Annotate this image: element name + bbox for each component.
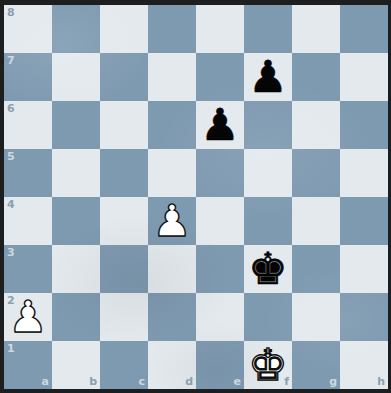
- rank-label-7: 7: [7, 55, 15, 66]
- rank-label-5: 5: [7, 151, 15, 162]
- white-pawn-a2[interactable]: ♟: [4, 293, 52, 341]
- square-d1[interactable]: d: [148, 341, 196, 389]
- square-g2[interactable]: [292, 293, 340, 341]
- square-c2[interactable]: [100, 293, 148, 341]
- square-b1[interactable]: b: [52, 341, 100, 389]
- square-a3[interactable]: 3: [4, 245, 52, 293]
- square-e8[interactable]: [196, 5, 244, 53]
- square-d6[interactable]: [148, 101, 196, 149]
- black-pawn-f7[interactable]: ♟: [244, 53, 292, 101]
- square-a7[interactable]: 7: [4, 53, 52, 101]
- square-a8[interactable]: 8: [4, 5, 52, 53]
- square-f3[interactable]: ♚: [244, 245, 292, 293]
- square-d5[interactable]: [148, 149, 196, 197]
- square-g6[interactable]: [292, 101, 340, 149]
- square-e7[interactable]: [196, 53, 244, 101]
- file-label-c: c: [138, 376, 145, 387]
- file-label-e: e: [234, 376, 241, 387]
- square-f2[interactable]: [244, 293, 292, 341]
- square-g8[interactable]: [292, 5, 340, 53]
- square-d4[interactable]: ♟: [148, 197, 196, 245]
- square-a4[interactable]: 4: [4, 197, 52, 245]
- file-label-g: g: [329, 376, 337, 387]
- square-c7[interactable]: [100, 53, 148, 101]
- chess-board: 87♟6♟54♟3♚2♟1abcdef♚gh: [4, 5, 388, 389]
- square-a6[interactable]: 6: [4, 101, 52, 149]
- square-b2[interactable]: [52, 293, 100, 341]
- square-d3[interactable]: [148, 245, 196, 293]
- square-a2[interactable]: 2♟: [4, 293, 52, 341]
- square-b5[interactable]: [52, 149, 100, 197]
- rank-label-3: 3: [7, 247, 15, 258]
- square-h1[interactable]: h: [340, 341, 388, 389]
- white-king-f1[interactable]: ♚: [244, 341, 292, 389]
- square-h8[interactable]: [340, 5, 388, 53]
- square-h7[interactable]: [340, 53, 388, 101]
- square-d2[interactable]: [148, 293, 196, 341]
- rank-label-4: 4: [7, 199, 15, 210]
- square-e1[interactable]: e: [196, 341, 244, 389]
- square-h2[interactable]: [340, 293, 388, 341]
- file-label-d: d: [185, 376, 193, 387]
- square-e6[interactable]: ♟: [196, 101, 244, 149]
- rank-label-6: 6: [7, 103, 15, 114]
- square-b7[interactable]: [52, 53, 100, 101]
- black-pawn-e6[interactable]: ♟: [196, 101, 244, 149]
- square-g3[interactable]: [292, 245, 340, 293]
- square-b6[interactable]: [52, 101, 100, 149]
- square-e2[interactable]: [196, 293, 244, 341]
- square-f5[interactable]: [244, 149, 292, 197]
- black-king-f3[interactable]: ♚: [244, 245, 292, 293]
- square-a1[interactable]: 1a: [4, 341, 52, 389]
- square-h6[interactable]: [340, 101, 388, 149]
- square-e4[interactable]: [196, 197, 244, 245]
- square-b4[interactable]: [52, 197, 100, 245]
- square-b3[interactable]: [52, 245, 100, 293]
- square-g1[interactable]: g: [292, 341, 340, 389]
- square-c1[interactable]: c: [100, 341, 148, 389]
- square-d8[interactable]: [148, 5, 196, 53]
- white-pawn-d4[interactable]: ♟: [148, 197, 196, 245]
- file-label-b: b: [89, 376, 97, 387]
- square-h4[interactable]: [340, 197, 388, 245]
- square-a5[interactable]: 5: [4, 149, 52, 197]
- square-g4[interactable]: [292, 197, 340, 245]
- square-b8[interactable]: [52, 5, 100, 53]
- square-h5[interactable]: [340, 149, 388, 197]
- square-g7[interactable]: [292, 53, 340, 101]
- square-e5[interactable]: [196, 149, 244, 197]
- file-label-a: a: [42, 376, 49, 387]
- square-c3[interactable]: [100, 245, 148, 293]
- square-h3[interactable]: [340, 245, 388, 293]
- square-c6[interactable]: [100, 101, 148, 149]
- square-c5[interactable]: [100, 149, 148, 197]
- rank-label-8: 8: [7, 7, 15, 18]
- square-c4[interactable]: [100, 197, 148, 245]
- file-label-h: h: [377, 376, 385, 387]
- rank-label-1: 1: [7, 343, 15, 354]
- square-c8[interactable]: [100, 5, 148, 53]
- square-g5[interactable]: [292, 149, 340, 197]
- square-e3[interactable]: [196, 245, 244, 293]
- square-d7[interactable]: [148, 53, 196, 101]
- square-f4[interactable]: [244, 197, 292, 245]
- square-f7[interactable]: ♟: [244, 53, 292, 101]
- square-f8[interactable]: [244, 5, 292, 53]
- square-f6[interactable]: [244, 101, 292, 149]
- square-f1[interactable]: f♚: [244, 341, 292, 389]
- board-frame: 87♟6♟54♟3♚2♟1abcdef♚gh: [0, 0, 391, 393]
